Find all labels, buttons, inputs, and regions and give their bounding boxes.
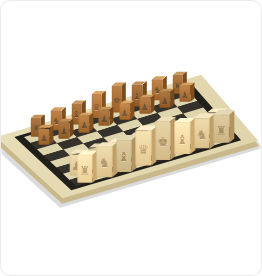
piece-front-face: ♚ [155,121,170,160]
engraved-pawn-icon: ♟ [80,120,88,130]
piece-white-r-h1[interactable]: ♜ [214,115,229,143]
piece-side-face [170,89,174,108]
engraved-pawn-icon: ♟ [161,96,169,106]
piece-front-face: ♟ [39,128,50,144]
piece-front-face: ♟ [139,98,150,114]
piece-white-q-d1[interactable]: ♛ [136,131,151,166]
piece-white-n-b1[interactable]: ♞ [97,147,112,178]
piece-white-r-a1[interactable]: ♜ [77,155,92,183]
piece-white-k-e1[interactable]: ♚ [155,121,170,160]
piece-white-b-f1[interactable]: ♝ [175,123,190,155]
engraved-bishop-icon: ♝ [118,149,129,164]
piece-white-b-c1[interactable]: ♝ [116,140,131,172]
piece-black-p-c7[interactable]: ♟ [79,116,90,132]
engraved-king-icon: ♚ [157,134,168,149]
piece-side-face [130,101,134,120]
engraved-bishop-icon: ♝ [177,132,188,147]
piece-front-face: ♟ [159,92,170,108]
piece-black-p-d7[interactable]: ♟ [99,110,110,126]
piece-front-face: ♞ [194,118,209,149]
engraved-knight-icon: ♞ [196,127,207,142]
piece-black-p-g7[interactable]: ♟ [159,92,170,108]
piece-black-p-h7[interactable]: ♟ [179,86,190,102]
piece-black-p-f7[interactable]: ♟ [139,98,150,114]
piece-black-p-e7[interactable]: ♟ [119,104,130,120]
piece-black-p-b7[interactable]: ♟ [59,122,70,138]
engraved-pawn-icon: ♟ [100,114,108,124]
engraved-pawn-icon: ♟ [60,126,68,136]
piece-front-face: ♜ [77,155,92,183]
piece-front-face: ♟ [99,110,110,126]
engraved-knight-icon: ♞ [99,156,110,171]
engraved-pawn-icon: ♟ [181,90,189,100]
piece-side-face [150,95,154,114]
piece-front-face: ♟ [59,122,70,138]
piece-white-n-g1[interactable]: ♞ [194,118,209,149]
engraved-queen-icon: ♛ [138,142,149,157]
piece-front-face: ♜ [214,115,229,143]
piece-front-face: ♝ [116,140,131,172]
chessboard-scene: ♜♞♝♛♚♝♞♜♟♟♟♟♟♟♟♟♟♟♟♟♟♟♟♟♜♞♝♛♚♝♞♜ [0,0,262,276]
piece-side-face [50,125,54,144]
piece-black-p-a7[interactable]: ♟ [39,128,50,144]
engraved-rook-icon: ♜ [79,163,90,178]
piece-front-face: ♟ [79,116,90,132]
engraved-rook-icon: ♜ [216,122,227,137]
engraved-pawn-icon: ♟ [40,132,48,142]
engraved-pawn-icon: ♟ [141,102,149,112]
engraved-pawn-icon: ♟ [120,108,128,118]
piece-side-face [190,83,194,102]
piece-front-face: ♟ [119,104,130,120]
product-photo: ♜♞♝♛♚♝♞♜♟♟♟♟♟♟♟♟♟♟♟♟♟♟♟♟♜♞♝♛♚♝♞♜ [0,0,262,276]
piece-front-face: ♛ [136,131,151,166]
piece-front-face: ♝ [175,123,190,155]
piece-front-face: ♟ [179,86,190,102]
piece-side-face [229,110,234,143]
piece-front-face: ♞ [97,147,112,178]
